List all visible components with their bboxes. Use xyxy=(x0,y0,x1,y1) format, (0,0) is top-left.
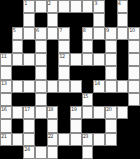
white-cell[interactable]: 11 xyxy=(0,53,12,66)
black-cell xyxy=(0,27,12,40)
clue-number: 9 xyxy=(106,27,109,33)
white-cell[interactable] xyxy=(70,133,82,146)
clue-number: 14 xyxy=(94,80,99,86)
clue-number: 10 xyxy=(129,27,134,33)
black-cell xyxy=(82,66,94,79)
black-cell xyxy=(0,40,12,53)
white-cell[interactable]: 23 xyxy=(82,133,94,146)
white-cell[interactable]: 1 xyxy=(23,0,35,13)
white-cell[interactable] xyxy=(58,66,70,79)
black-cell xyxy=(35,133,47,146)
white-cell[interactable] xyxy=(105,40,117,53)
black-cell xyxy=(93,40,105,53)
white-cell[interactable] xyxy=(70,119,82,132)
white-cell[interactable]: 4 xyxy=(117,0,129,13)
black-cell xyxy=(128,106,140,119)
clue-number: 16 xyxy=(1,106,6,112)
black-cell xyxy=(12,66,24,79)
white-cell[interactable] xyxy=(58,0,70,13)
white-cell[interactable]: 2 xyxy=(47,0,59,13)
white-cell[interactable] xyxy=(93,106,105,119)
white-cell[interactable] xyxy=(47,146,59,159)
black-cell xyxy=(117,119,129,132)
white-cell[interactable]: 20 xyxy=(105,106,117,119)
white-cell[interactable]: 3 xyxy=(93,0,105,13)
white-cell[interactable] xyxy=(23,13,35,26)
black-cell xyxy=(128,133,140,146)
black-cell xyxy=(82,80,94,93)
clue-number: 5 xyxy=(13,27,16,33)
white-cell[interactable] xyxy=(117,106,129,119)
clue-number: 23 xyxy=(83,133,88,139)
white-cell[interactable] xyxy=(117,27,129,40)
black-cell xyxy=(128,146,140,159)
clue-number: 6 xyxy=(36,27,39,33)
black-cell xyxy=(47,66,59,79)
black-cell xyxy=(35,13,47,26)
black-cell xyxy=(70,40,82,53)
black-cell xyxy=(23,40,35,53)
black-cell xyxy=(70,146,82,159)
clue-number: 7 xyxy=(59,27,62,33)
white-cell[interactable] xyxy=(23,80,35,93)
white-cell[interactable] xyxy=(93,53,105,66)
white-cell[interactable]: 22 xyxy=(47,133,59,146)
white-cell[interactable]: 16 xyxy=(0,106,12,119)
white-cell[interactable] xyxy=(82,0,94,13)
white-cell[interactable] xyxy=(12,40,24,53)
black-cell xyxy=(117,93,129,106)
white-cell[interactable] xyxy=(47,119,59,132)
white-cell[interactable]: 18 xyxy=(47,106,59,119)
white-cell[interactable] xyxy=(47,27,59,40)
white-cell[interactable] xyxy=(35,93,47,106)
white-cell[interactable] xyxy=(128,40,140,53)
black-cell xyxy=(128,13,140,26)
white-cell[interactable] xyxy=(93,13,105,26)
crossword-grid: 123456789101112131415161718192021222324 xyxy=(0,0,140,159)
white-cell[interactable] xyxy=(23,133,35,146)
black-cell xyxy=(58,106,70,119)
white-cell[interactable]: 14 xyxy=(93,80,105,93)
black-cell xyxy=(58,119,70,132)
black-cell xyxy=(128,0,140,13)
clue-number: 11 xyxy=(1,53,6,59)
white-cell[interactable] xyxy=(128,80,140,93)
black-cell xyxy=(35,119,47,132)
black-cell xyxy=(93,93,105,106)
black-cell xyxy=(58,93,70,106)
white-cell[interactable] xyxy=(93,27,105,40)
black-cell xyxy=(0,13,12,26)
white-cell[interactable] xyxy=(82,106,94,119)
clue-number: 15 xyxy=(83,93,88,99)
white-cell[interactable] xyxy=(93,133,105,146)
white-cell[interactable]: 21 xyxy=(0,133,12,146)
white-cell[interactable] xyxy=(70,0,82,13)
black-cell xyxy=(128,119,140,132)
white-cell[interactable] xyxy=(117,80,129,93)
black-cell xyxy=(12,13,24,26)
black-cell xyxy=(82,119,94,132)
white-cell[interactable] xyxy=(128,66,140,79)
white-cell[interactable]: 6 xyxy=(35,27,47,40)
black-cell xyxy=(105,13,117,26)
clue-number: 21 xyxy=(1,133,6,139)
black-cell xyxy=(93,146,105,159)
black-cell xyxy=(12,119,24,132)
black-cell xyxy=(0,0,12,13)
white-cell[interactable] xyxy=(12,133,24,146)
white-cell[interactable]: 12 xyxy=(58,53,70,66)
white-cell[interactable] xyxy=(82,53,94,66)
white-cell[interactable] xyxy=(35,53,47,66)
black-cell xyxy=(47,93,59,106)
white-cell[interactable] xyxy=(35,146,47,159)
black-cell xyxy=(105,93,117,106)
white-cell[interactable]: 9 xyxy=(105,27,117,40)
clue-number: 17 xyxy=(24,106,29,112)
white-cell[interactable]: 17 xyxy=(23,106,35,119)
black-cell xyxy=(0,146,12,159)
clue-number: 18 xyxy=(48,106,53,112)
black-cell xyxy=(82,13,94,26)
white-cell[interactable] xyxy=(23,53,35,66)
clue-number: 22 xyxy=(48,133,53,139)
white-cell[interactable]: 5 xyxy=(12,27,24,40)
white-cell[interactable] xyxy=(105,66,117,79)
white-cell[interactable] xyxy=(0,66,12,79)
white-cell[interactable]: 13 xyxy=(0,80,12,93)
white-cell[interactable] xyxy=(117,13,129,26)
white-cell[interactable] xyxy=(35,66,47,79)
white-cell[interactable] xyxy=(58,80,70,93)
white-cell[interactable] xyxy=(23,119,35,132)
black-cell xyxy=(12,0,24,13)
clue-number: 2 xyxy=(48,0,51,6)
clue-number: 3 xyxy=(94,0,97,6)
white-cell[interactable] xyxy=(105,133,117,146)
clue-number: 13 xyxy=(1,80,6,86)
black-cell xyxy=(23,66,35,79)
black-cell xyxy=(105,0,117,13)
black-cell xyxy=(12,93,24,106)
black-cell xyxy=(117,133,129,146)
white-cell[interactable] xyxy=(35,40,47,53)
black-cell xyxy=(70,66,82,79)
white-cell[interactable] xyxy=(35,106,47,119)
white-cell[interactable] xyxy=(128,53,140,66)
white-cell[interactable] xyxy=(105,119,117,132)
white-cell[interactable]: 19 xyxy=(70,106,82,119)
white-cell[interactable] xyxy=(35,0,47,13)
black-cell xyxy=(70,13,82,26)
clue-number: 19 xyxy=(71,106,76,112)
white-cell[interactable] xyxy=(47,80,59,93)
clue-number: 4 xyxy=(118,0,121,6)
white-cell[interactable]: 15 xyxy=(82,93,94,106)
white-cell[interactable]: 10 xyxy=(128,27,140,40)
white-cell[interactable]: 8 xyxy=(82,27,94,40)
black-cell xyxy=(117,146,129,159)
white-cell[interactable] xyxy=(12,53,24,66)
white-cell[interactable] xyxy=(82,146,94,159)
clue-number: 24 xyxy=(24,146,29,152)
black-cell xyxy=(93,119,105,132)
black-cell xyxy=(117,40,129,53)
white-cell[interactable] xyxy=(70,80,82,93)
white-cell[interactable] xyxy=(12,106,24,119)
clue-number: 12 xyxy=(59,53,64,59)
black-cell xyxy=(47,53,59,66)
clue-number: 20 xyxy=(106,106,111,112)
white-cell[interactable] xyxy=(0,119,12,132)
white-cell[interactable] xyxy=(70,53,82,66)
clue-number: 1 xyxy=(24,0,27,6)
black-cell xyxy=(70,27,82,40)
white-cell[interactable]: 7 xyxy=(58,27,70,40)
white-cell[interactable] xyxy=(105,53,117,66)
black-cell xyxy=(12,146,24,159)
white-cell[interactable] xyxy=(82,40,94,53)
clue-number: 8 xyxy=(83,27,86,33)
black-cell xyxy=(47,40,59,53)
white-cell[interactable] xyxy=(35,80,47,93)
white-cell[interactable] xyxy=(58,40,70,53)
black-cell xyxy=(70,93,82,106)
white-cell[interactable] xyxy=(23,27,35,40)
black-cell xyxy=(117,53,129,66)
black-cell xyxy=(117,66,129,79)
white-cell[interactable] xyxy=(128,93,140,106)
white-cell[interactable] xyxy=(0,93,12,106)
white-cell[interactable] xyxy=(58,133,70,146)
white-cell[interactable] xyxy=(47,13,59,26)
black-cell xyxy=(23,93,35,106)
white-cell[interactable] xyxy=(105,80,117,93)
black-cell xyxy=(105,146,117,159)
white-cell[interactable] xyxy=(12,80,24,93)
black-cell xyxy=(93,66,105,79)
white-cell[interactable]: 24 xyxy=(23,146,35,159)
black-cell xyxy=(58,13,70,26)
black-cell xyxy=(58,146,70,159)
